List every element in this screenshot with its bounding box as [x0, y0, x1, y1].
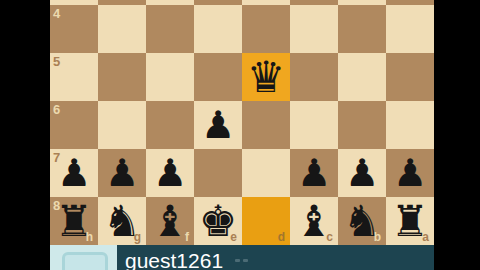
- black-pawn-b7[interactable]: ♟: [338, 149, 386, 197]
- square-g5[interactable]: [98, 53, 146, 101]
- rank-label-5: 5: [53, 55, 60, 68]
- square-a5[interactable]: [386, 53, 434, 101]
- black-king-e8[interactable]: ♚: [194, 197, 242, 245]
- black-knight-g8[interactable]: ♞: [98, 197, 146, 245]
- square-f5[interactable]: [146, 53, 194, 101]
- square-c7[interactable]: ♟: [290, 149, 338, 197]
- square-b5[interactable]: [338, 53, 386, 101]
- square-b7[interactable]: ♟: [338, 149, 386, 197]
- square-g8[interactable]: g♞: [98, 197, 146, 245]
- square-b6[interactable]: [338, 101, 386, 149]
- black-rook-a8[interactable]: ♜: [386, 197, 434, 245]
- square-e6[interactable]: ♟: [194, 101, 242, 149]
- square-c5[interactable]: [290, 53, 338, 101]
- square-e7[interactable]: [194, 149, 242, 197]
- square-e5[interactable]: [194, 53, 242, 101]
- square-d5[interactable]: ♛: [242, 53, 290, 101]
- rank-label-4: 4: [53, 7, 60, 20]
- square-a6[interactable]: [386, 101, 434, 149]
- square-a4[interactable]: [386, 5, 434, 53]
- black-pawn-f7[interactable]: ♟: [146, 149, 194, 197]
- square-f8[interactable]: f♝: [146, 197, 194, 245]
- black-pawn-h7[interactable]: ♟: [50, 149, 98, 197]
- avatar-frame-icon: [62, 252, 108, 270]
- black-pawn-g7[interactable]: ♟: [98, 149, 146, 197]
- square-c6[interactable]: [290, 101, 338, 149]
- chess-board[interactable]: 345♛6♟7♟♟♟♟♟♟8h♜g♞f♝e♚dc♝b♞a♜: [50, 0, 434, 245]
- square-g7[interactable]: ♟: [98, 149, 146, 197]
- square-h7[interactable]: 7♟: [50, 149, 98, 197]
- square-b8[interactable]: b♞: [338, 197, 386, 245]
- game-screen: 345♛6♟7♟♟♟♟♟♟8h♜g♞f♝e♚dc♝b♞a♜ guest1261: [0, 0, 480, 270]
- black-bishop-f8[interactable]: ♝: [146, 197, 194, 245]
- black-bishop-c8[interactable]: ♝: [290, 197, 338, 245]
- square-a7[interactable]: ♟: [386, 149, 434, 197]
- black-rook-h8[interactable]: ♜: [50, 197, 98, 245]
- player-username: guest1261: [125, 249, 223, 270]
- square-b4[interactable]: [338, 5, 386, 53]
- truncated-text-mark: [235, 259, 240, 262]
- black-queen-d5[interactable]: ♛: [242, 53, 290, 101]
- square-d4[interactable]: [242, 5, 290, 53]
- square-a8[interactable]: a♜: [386, 197, 434, 245]
- black-knight-b8[interactable]: ♞: [338, 197, 386, 245]
- truncated-text-mark: [243, 259, 248, 262]
- player-avatar[interactable]: [50, 245, 117, 270]
- square-h8[interactable]: 8h♜: [50, 197, 98, 245]
- square-c4[interactable]: [290, 5, 338, 53]
- player-bar: guest1261: [50, 245, 434, 270]
- square-h4[interactable]: 4: [50, 5, 98, 53]
- square-c8[interactable]: c♝: [290, 197, 338, 245]
- black-pawn-c7[interactable]: ♟: [290, 149, 338, 197]
- square-f7[interactable]: ♟: [146, 149, 194, 197]
- square-e4[interactable]: [194, 5, 242, 53]
- square-h5[interactable]: 5: [50, 53, 98, 101]
- black-pawn-a7[interactable]: ♟: [386, 149, 434, 197]
- square-f6[interactable]: [146, 101, 194, 149]
- square-d7[interactable]: [242, 149, 290, 197]
- square-g6[interactable]: [98, 101, 146, 149]
- file-label-d: d: [278, 231, 285, 243]
- square-e8[interactable]: e♚: [194, 197, 242, 245]
- square-f4[interactable]: [146, 5, 194, 53]
- square-g4[interactable]: [98, 5, 146, 53]
- square-d6[interactable]: [242, 101, 290, 149]
- square-h6[interactable]: 6: [50, 101, 98, 149]
- square-d8[interactable]: d: [242, 197, 290, 245]
- black-pawn-e6[interactable]: ♟: [194, 101, 242, 149]
- rank-label-6: 6: [53, 103, 60, 116]
